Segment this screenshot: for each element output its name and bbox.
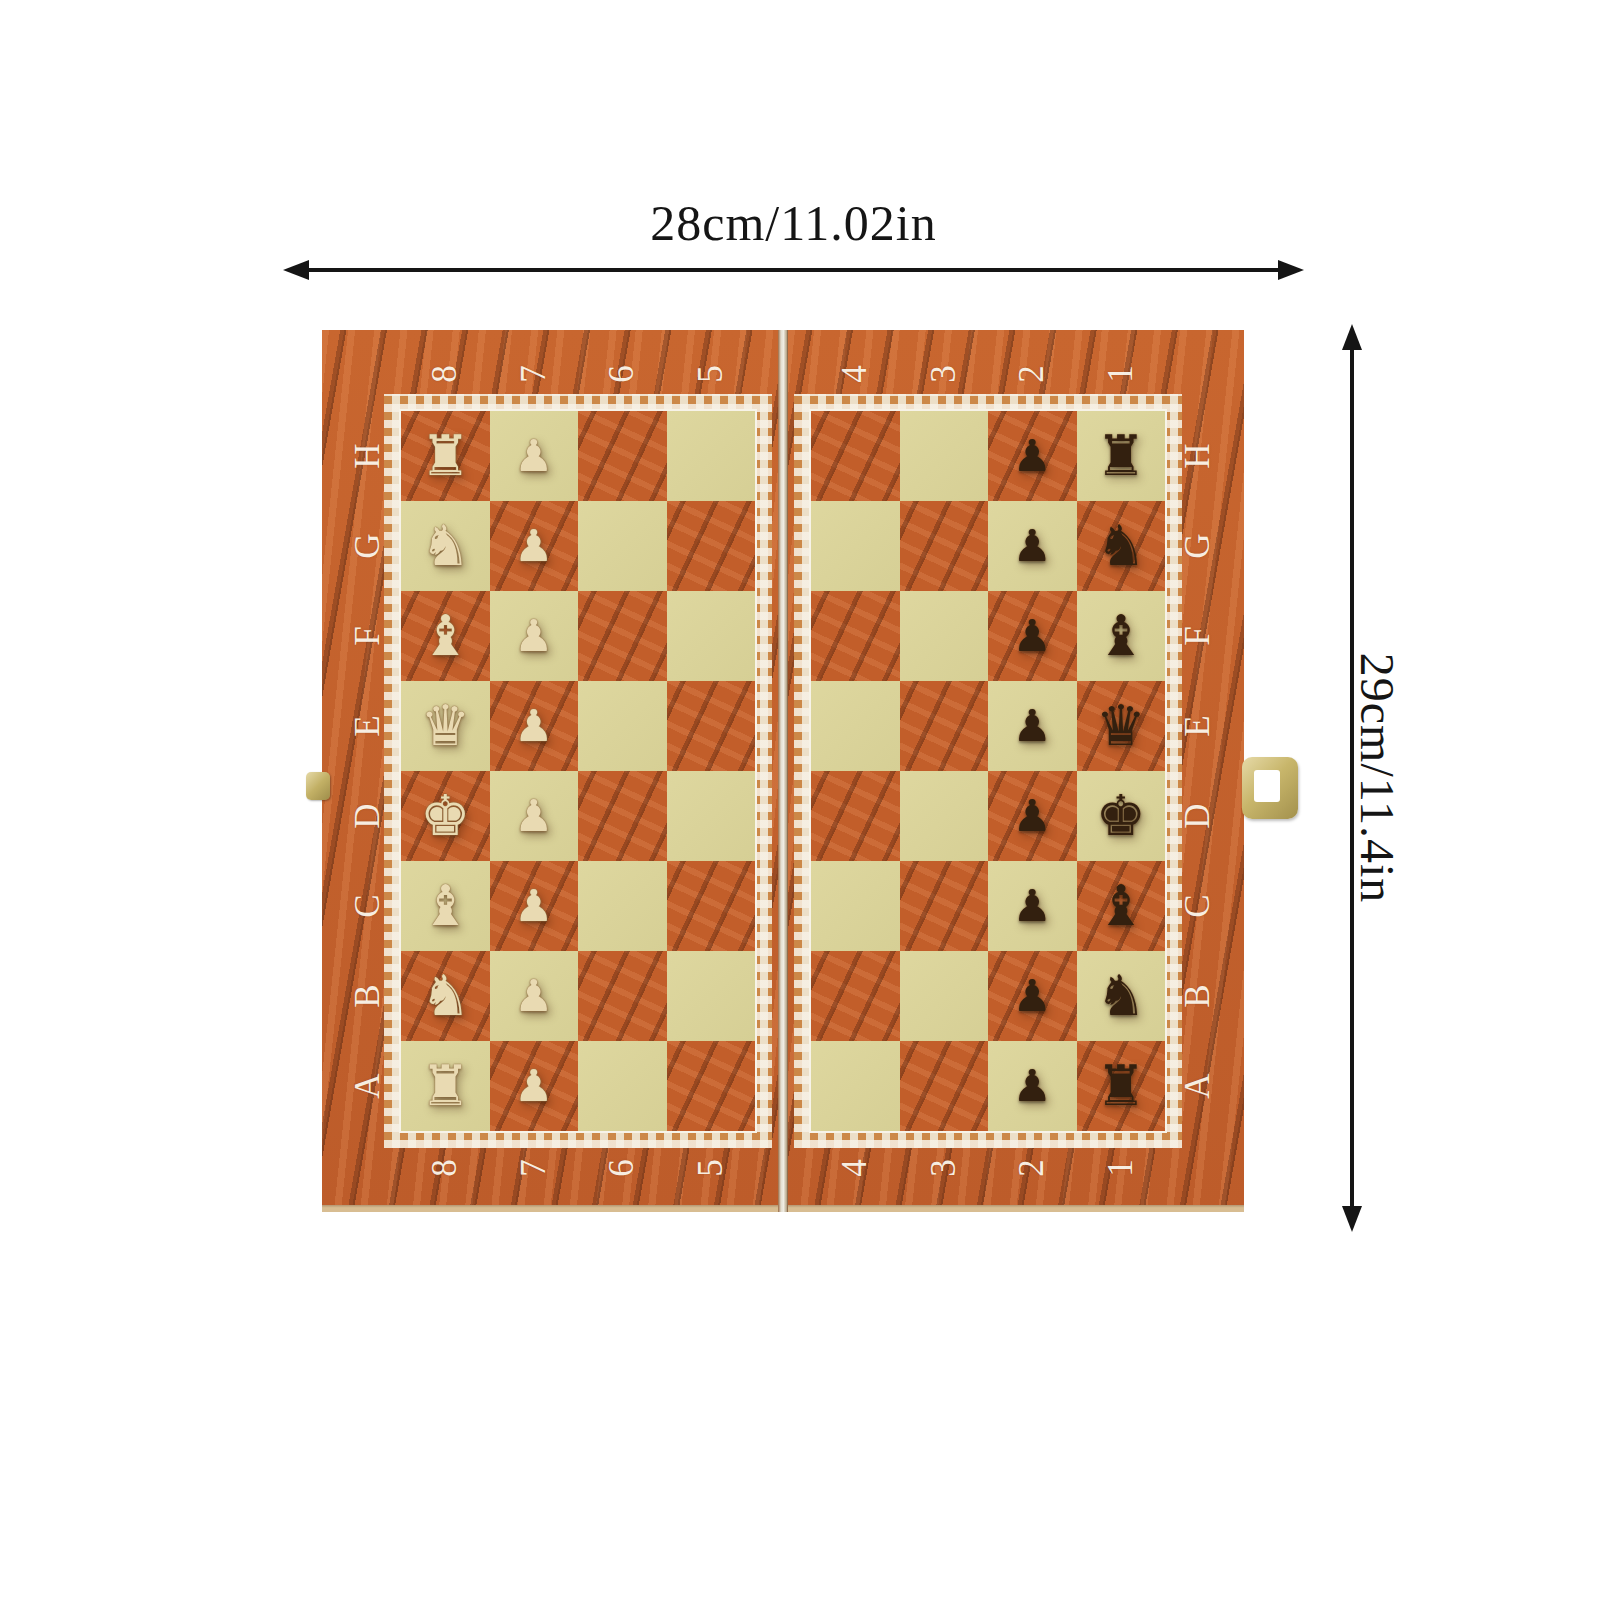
- square-e4: [811, 681, 900, 771]
- white-knight: ♞: [420, 518, 470, 574]
- height-dimension-label: 29cm/11.4in: [1359, 618, 1405, 938]
- square-h3: [900, 411, 989, 501]
- left-coordinate-B: B: [350, 978, 386, 1014]
- top-coordinate-1: 1: [1103, 356, 1139, 392]
- square-c2: ♟: [988, 861, 1077, 951]
- square-c6: [578, 861, 667, 951]
- black-knight: ♞: [1096, 968, 1146, 1024]
- square-d7: ♟: [490, 771, 579, 861]
- black-pawn: ♟: [1013, 524, 1052, 568]
- square-h8: ♜: [401, 411, 490, 501]
- square-g5: [667, 501, 756, 591]
- square-f1: ♝: [1077, 591, 1166, 681]
- square-d5: [667, 771, 756, 861]
- square-a6: [578, 1041, 667, 1131]
- black-pawn: ♟: [1013, 974, 1052, 1018]
- square-a1: ♜: [1077, 1041, 1166, 1131]
- square-f4: [811, 591, 900, 681]
- top-coordinate-7: 7: [516, 356, 552, 392]
- right-coordinate-F: F: [1180, 618, 1216, 654]
- bottom-coordinate-5: 5: [693, 1150, 729, 1186]
- black-pawn: ♟: [1013, 704, 1052, 748]
- square-e7: ♟: [490, 681, 579, 771]
- white-queen: ♛: [420, 698, 470, 754]
- square-c7: ♟: [490, 861, 579, 951]
- left-coordinate-C: C: [350, 888, 386, 924]
- black-pawn: ♟: [1013, 884, 1052, 928]
- white-pawn: ♟: [514, 704, 553, 748]
- right-coordinate-D: D: [1180, 798, 1216, 834]
- width-dimension-arrow: [297, 268, 1290, 272]
- square-b4: [811, 951, 900, 1041]
- square-e2: ♟: [988, 681, 1077, 771]
- top-coordinate-2: 2: [1014, 356, 1050, 392]
- square-e1: ♛: [1077, 681, 1166, 771]
- square-a3: [900, 1041, 989, 1131]
- board-left-half: ♜♟♞♟♝♟♛♟♚♟♝♟♞♟♜♟88776655HGFEDCBA: [322, 330, 778, 1212]
- bottom-coordinate-1: 1: [1103, 1150, 1139, 1186]
- square-h1: ♜: [1077, 411, 1166, 501]
- bottom-coordinate-3: 3: [926, 1150, 962, 1186]
- white-pawn: ♟: [514, 614, 553, 658]
- square-g7: ♟: [490, 501, 579, 591]
- top-coordinate-5: 5: [693, 356, 729, 392]
- square-h4: [811, 411, 900, 501]
- black-knight: ♞: [1096, 518, 1146, 574]
- white-pawn: ♟: [514, 524, 553, 568]
- square-h2: ♟: [988, 411, 1077, 501]
- square-e8: ♛: [401, 681, 490, 771]
- fold-seam: [778, 330, 788, 1212]
- black-queen: ♛: [1096, 698, 1146, 754]
- white-pawn: ♟: [514, 974, 553, 1018]
- clasp-opening: [1254, 770, 1280, 802]
- black-bishop: ♝: [1096, 878, 1146, 934]
- square-f2: ♟: [988, 591, 1077, 681]
- square-b6: [578, 951, 667, 1041]
- left-coordinate-E: E: [350, 708, 386, 744]
- white-pawn: ♟: [514, 794, 553, 838]
- top-coordinate-3: 3: [926, 356, 962, 392]
- square-g4: [811, 501, 900, 591]
- white-pawn: ♟: [514, 434, 553, 478]
- white-rook: ♜: [420, 1058, 470, 1114]
- width-dimension-label: 28cm/11.02in: [297, 194, 1290, 252]
- square-h7: ♟: [490, 411, 579, 501]
- top-coordinate-8: 8: [427, 356, 463, 392]
- square-c8: ♝: [401, 861, 490, 951]
- square-b3: [900, 951, 989, 1041]
- top-coordinate-6: 6: [604, 356, 640, 392]
- black-pawn: ♟: [1013, 1064, 1052, 1108]
- white-bishop: ♝: [420, 878, 470, 934]
- square-e6: [578, 681, 667, 771]
- square-b5: [667, 951, 756, 1041]
- product-image: 28cm/11.02in 29cm/11.4in ♜♟♞♟♝♟♛♟♚♟♝♟♞♟♜…: [0, 0, 1601, 1601]
- hinge-pin-icon: [306, 772, 330, 800]
- square-d4: [811, 771, 900, 861]
- square-b7: ♟: [490, 951, 579, 1041]
- square-e5: [667, 681, 756, 771]
- square-c5: [667, 861, 756, 951]
- black-rook: ♜: [1096, 428, 1146, 484]
- square-g6: [578, 501, 667, 591]
- square-h6: [578, 411, 667, 501]
- black-pawn: ♟: [1013, 614, 1052, 658]
- square-c1: ♝: [1077, 861, 1166, 951]
- square-e3: [900, 681, 989, 771]
- white-pawn: ♟: [514, 1064, 553, 1108]
- black-king: ♚: [1096, 788, 1146, 844]
- square-f6: [578, 591, 667, 681]
- bottom-coordinate-8: 8: [427, 1150, 463, 1186]
- square-h5: [667, 411, 756, 501]
- chess-board-open-box: ♜♟♞♟♝♟♛♟♚♟♝♟♞♟♜♟88776655HGFEDCBA ♟♜♟♞♟♝♟…: [322, 330, 1244, 1212]
- square-a7: ♟: [490, 1041, 579, 1131]
- square-a8: ♜: [401, 1041, 490, 1131]
- white-bishop: ♝: [420, 608, 470, 664]
- square-g3: [900, 501, 989, 591]
- black-bishop: ♝: [1096, 608, 1146, 664]
- play-area-left: ♜♟♞♟♝♟♛♟♚♟♝♟♞♟♜♟: [384, 394, 772, 1148]
- square-c3: [900, 861, 989, 951]
- square-g8: ♞: [401, 501, 490, 591]
- right-coordinate-G: G: [1180, 528, 1216, 564]
- square-g2: ♟: [988, 501, 1077, 591]
- square-a5: [667, 1041, 756, 1131]
- left-coordinate-F: F: [350, 618, 386, 654]
- square-f8: ♝: [401, 591, 490, 681]
- square-b8: ♞: [401, 951, 490, 1041]
- square-d2: ♟: [988, 771, 1077, 861]
- left-coordinate-D: D: [350, 798, 386, 834]
- left-coordinate-A: A: [350, 1068, 386, 1104]
- play-area-right: ♟♜♟♞♟♝♟♛♟♚♟♝♟♞♟♜: [794, 394, 1182, 1148]
- left-coordinate-G: G: [350, 528, 386, 564]
- bottom-coordinate-6: 6: [604, 1150, 640, 1186]
- board-right-half: ♟♜♟♞♟♝♟♛♟♚♟♝♟♞♟♜44332211HGFEDCBA: [788, 330, 1244, 1212]
- black-pawn: ♟: [1013, 794, 1052, 838]
- square-d6: [578, 771, 667, 861]
- bottom-coordinate-4: 4: [837, 1150, 873, 1186]
- square-a2: ♟: [988, 1041, 1077, 1131]
- right-coordinate-C: C: [1180, 888, 1216, 924]
- square-b2: ♟: [988, 951, 1077, 1041]
- square-g1: ♞: [1077, 501, 1166, 591]
- bottom-coordinate-7: 7: [516, 1150, 552, 1186]
- white-knight: ♞: [420, 968, 470, 1024]
- left-coordinate-H: H: [350, 438, 386, 474]
- white-pawn: ♟: [514, 884, 553, 928]
- right-coordinate-H: H: [1180, 438, 1216, 474]
- white-king: ♚: [420, 788, 470, 844]
- right-coordinate-B: B: [1180, 978, 1216, 1014]
- square-a4: [811, 1041, 900, 1131]
- board-grid-right: ♟♜♟♞♟♝♟♛♟♚♟♝♟♞♟♜: [809, 409, 1167, 1133]
- square-c4: [811, 861, 900, 951]
- square-d3: [900, 771, 989, 861]
- square-f7: ♟: [490, 591, 579, 681]
- right-coordinate-A: A: [1180, 1068, 1216, 1104]
- top-coordinate-4: 4: [837, 356, 873, 392]
- black-rook: ♜: [1096, 1058, 1146, 1114]
- brass-clasp-icon: [1242, 757, 1298, 819]
- right-coordinate-E: E: [1180, 708, 1216, 744]
- black-pawn: ♟: [1013, 434, 1052, 478]
- white-rook: ♜: [420, 428, 470, 484]
- square-d1: ♚: [1077, 771, 1166, 861]
- square-f5: [667, 591, 756, 681]
- square-b1: ♞: [1077, 951, 1166, 1041]
- bottom-coordinate-2: 2: [1014, 1150, 1050, 1186]
- square-d8: ♚: [401, 771, 490, 861]
- square-f3: [900, 591, 989, 681]
- board-grid-left: ♜♟♞♟♝♟♛♟♚♟♝♟♞♟♜♟: [399, 409, 757, 1133]
